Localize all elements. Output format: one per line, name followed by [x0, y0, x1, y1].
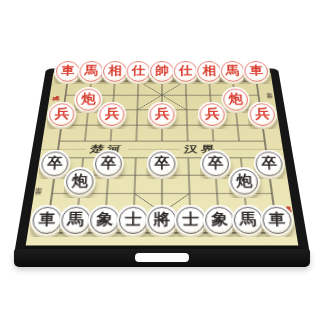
piece-glyph: 象 — [211, 211, 228, 227]
piece-glyph: 車 — [249, 65, 263, 77]
piece-glyph: 士 — [125, 211, 142, 227]
piece-glyph: 馬 — [226, 65, 240, 77]
piece-glyph: 兵 — [205, 107, 220, 120]
piece-red-rook[interactable]: 車 — [242, 59, 270, 83]
piece-glyph: 兵 — [104, 107, 119, 120]
piece-black-soldier[interactable]: 卒 — [93, 150, 125, 178]
piece-glyph: 卒 — [47, 156, 63, 170]
piece-glyph: 兵 — [155, 107, 170, 120]
piece-red-soldier[interactable]: 兵 — [247, 102, 277, 128]
piece-glyph: 車 — [61, 65, 75, 77]
piece-black-soldier[interactable]: 卒 — [146, 150, 177, 178]
piece-black-cannon[interactable]: 炮 — [228, 167, 261, 196]
piece-glyph: 卒 — [154, 156, 169, 170]
piece-black-cannon[interactable]: 炮 — [63, 167, 96, 196]
piece-red-soldier[interactable]: 兵 — [47, 102, 77, 128]
piece-red-soldier[interactable]: 兵 — [97, 102, 127, 128]
piece-red-cannon[interactable]: 炮 — [221, 87, 250, 112]
piece-red-soldier[interactable]: 兵 — [197, 102, 227, 128]
pieces-layer: 車馬相仕帥仕相馬車炮炮兵兵兵兵兵卒卒卒卒卒炮炮車馬象士將士象馬車 — [26, 73, 299, 246]
board-surface: 楚河 汉界 成功 成功 中国象棋 中国象棋 車馬相仕帥仕相馬車炮炮兵兵兵兵兵卒卒… — [26, 73, 299, 246]
piece-glyph: 車 — [268, 211, 285, 227]
piece-glyph: 卒 — [261, 156, 277, 170]
piece-glyph: 卒 — [208, 156, 224, 170]
piece-glyph: 相 — [108, 65, 122, 77]
piece-glyph: 卒 — [101, 156, 117, 170]
piece-glyph: 車 — [38, 211, 55, 227]
latch-notch[interactable] — [135, 253, 189, 262]
piece-glyph: 象 — [96, 211, 113, 227]
piece-glyph: 炮 — [228, 92, 243, 105]
xiangqi-board[interactable]: 楚河 汉界 成功 成功 中国象棋 中国象棋 車馬相仕帥仕相馬車炮炮兵兵兵兵兵卒卒… — [14, 69, 310, 254]
piece-glyph: 仕 — [179, 65, 193, 77]
folding-frame-edge — [14, 249, 310, 267]
piece-glyph: 兵 — [255, 107, 270, 120]
piece-black-soldier[interactable]: 卒 — [253, 150, 285, 178]
product-photo: 楚河 汉界 成功 成功 中国象棋 中国象棋 車馬相仕帥仕相馬車炮炮兵兵兵兵兵卒卒… — [0, 0, 320, 320]
piece-glyph: 相 — [202, 65, 216, 77]
piece-glyph: 帥 — [155, 65, 169, 77]
piece-glyph: 炮 — [81, 92, 96, 105]
piece-black-soldier[interactable]: 卒 — [200, 150, 232, 178]
piece-glyph: 士 — [182, 211, 199, 227]
piece-glyph: 炮 — [72, 173, 88, 188]
piece-glyph: 炮 — [236, 173, 252, 188]
piece-red-soldier[interactable]: 兵 — [147, 102, 176, 128]
piece-glyph: 兵 — [54, 107, 69, 120]
piece-glyph: 馬 — [240, 211, 257, 227]
piece-glyph: 仕 — [132, 65, 146, 77]
piece-black-rook[interactable]: 車 — [260, 205, 295, 236]
piece-glyph: 馬 — [67, 211, 84, 227]
piece-glyph: 馬 — [84, 65, 98, 77]
piece-glyph: 將 — [154, 211, 171, 227]
